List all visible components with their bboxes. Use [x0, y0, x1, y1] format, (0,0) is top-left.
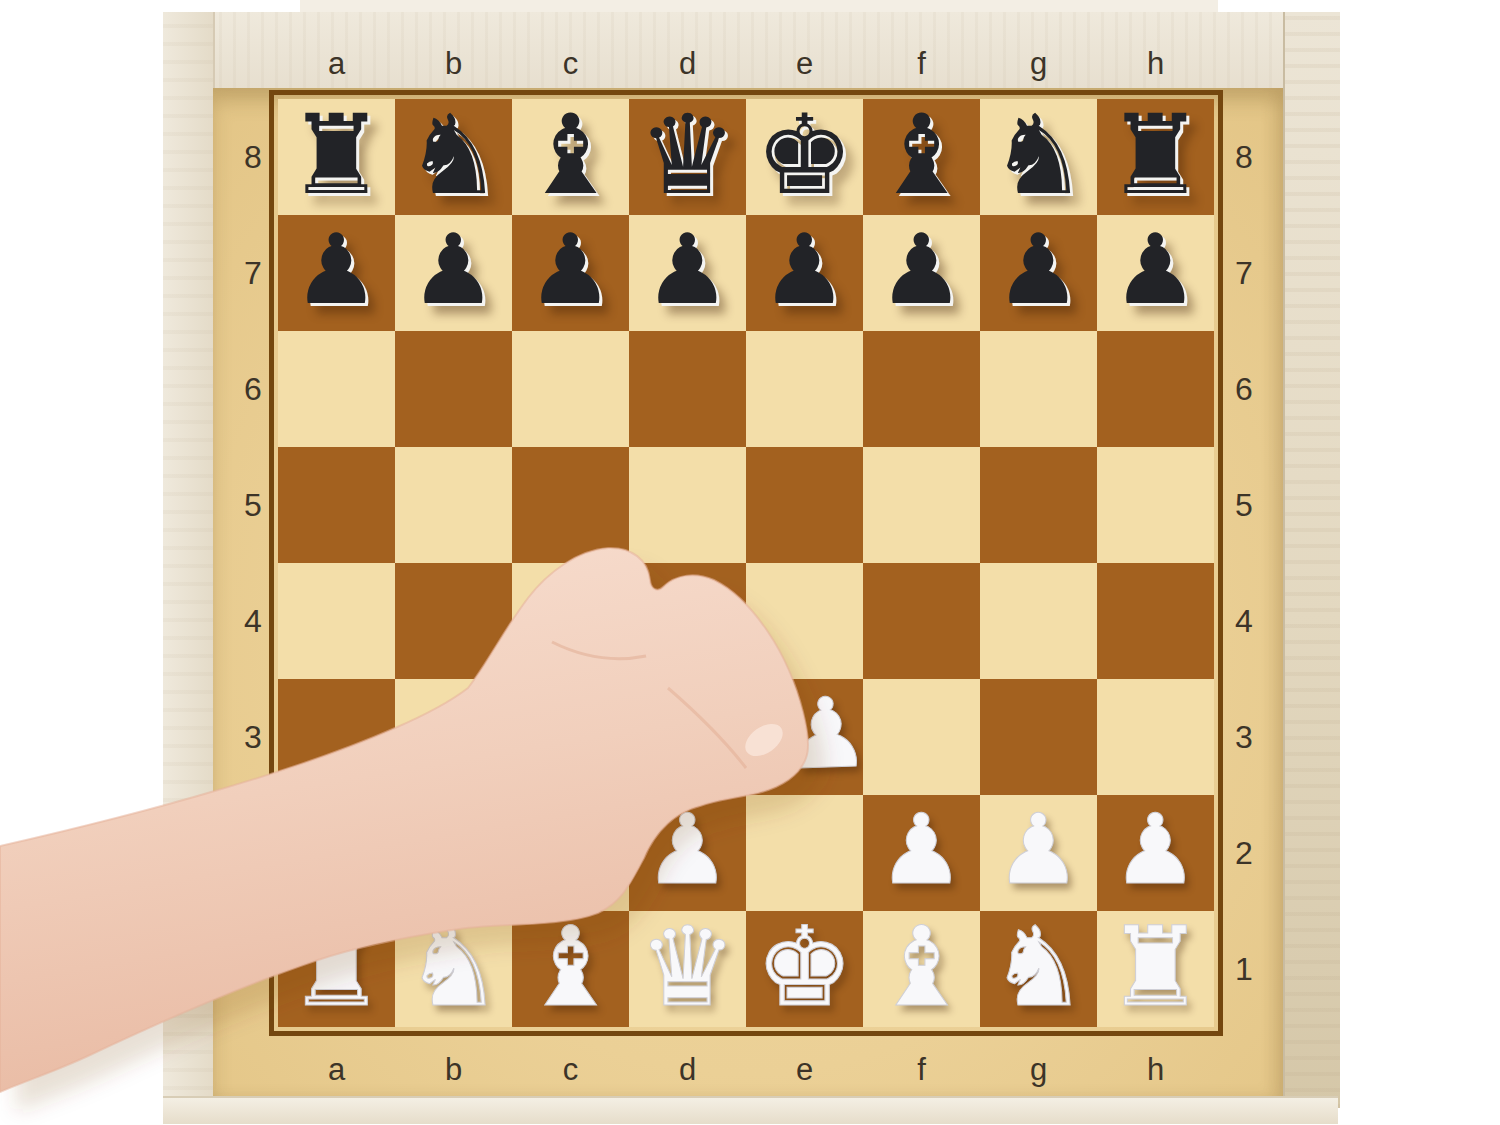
square-g1[interactable]: ♞ [980, 911, 1097, 1027]
square-b1[interactable]: ♞ [395, 911, 512, 1027]
rank-labels-left: 87654321 [233, 99, 273, 1027]
piece-black-king-e8[interactable]: ♚ [746, 97, 863, 213]
piece-white-pawn-c2[interactable]: ♟ [512, 791, 629, 907]
square-f1[interactable]: ♝ [863, 911, 980, 1027]
file-label-a: a [278, 46, 395, 82]
square-g8[interactable]: ♞ [980, 99, 1097, 215]
square-g2[interactable]: ♟ [980, 795, 1097, 911]
piece-white-bishop-f1[interactable]: ♝ [863, 909, 980, 1025]
square-c6[interactable] [512, 331, 629, 447]
piece-black-pawn-e7[interactable]: ♟ [746, 211, 863, 327]
square-b5[interactable] [395, 447, 512, 563]
file-label-d: d [629, 46, 746, 82]
piece-black-pawn-d7[interactable]: ♟ [629, 211, 746, 327]
wood-frame-left-rail [163, 12, 215, 1108]
chess-board-photo: abcdefgh abcdefgh 87654321 87654321 ♜♞♝♛… [0, 0, 1500, 1125]
square-g3[interactable] [980, 679, 1097, 795]
file-label-g: g [980, 1052, 1097, 1088]
square-d1[interactable]: ♛ [629, 911, 746, 1027]
piece-white-pawn-a2[interactable]: ♟ [278, 791, 395, 907]
piece-black-rook-a8[interactable]: ♜ [278, 97, 395, 213]
square-e5[interactable] [746, 447, 863, 563]
square-g5[interactable] [980, 447, 1097, 563]
rank-label-2: 2 [1224, 795, 1264, 911]
rank-label-4: 4 [1224, 563, 1264, 679]
square-d4[interactable] [629, 563, 746, 679]
file-labels-top: abcdefgh [278, 46, 1214, 82]
square-f7[interactable]: ♟ [863, 215, 980, 331]
square-d5[interactable] [629, 447, 746, 563]
square-g7[interactable]: ♟ [980, 215, 1097, 331]
square-e1[interactable]: ♚ [746, 911, 863, 1027]
piece-black-knight-g8[interactable]: ♞ [980, 97, 1097, 213]
chess-grid: ♜♞♝♛♚♝♞♜♟♟♟♟♟♟♟♟♟♟♟♟♟♟♟♟♜♞♝♛♚♝♞♜ [278, 99, 1214, 1027]
square-c1[interactable]: ♝ [512, 911, 629, 1027]
grid-border: ♜♞♝♛♚♝♞♜♟♟♟♟♟♟♟♟♟♟♟♟♟♟♟♟♜♞♝♛♚♝♞♜ [269, 90, 1223, 1036]
rank-label-3: 3 [1224, 679, 1264, 795]
square-a4[interactable] [278, 563, 395, 679]
square-a5[interactable] [278, 447, 395, 563]
square-c2[interactable]: ♟ [512, 795, 629, 911]
rank-label-6: 6 [1224, 331, 1264, 447]
piece-white-bishop-c1[interactable]: ♝ [512, 909, 629, 1025]
file-label-c: c [512, 1052, 629, 1088]
square-h4[interactable] [1097, 563, 1214, 679]
piece-black-bishop-c8[interactable]: ♝ [512, 97, 629, 213]
file-label-h: h [1097, 46, 1214, 82]
file-label-f: f [863, 1052, 980, 1088]
piece-black-pawn-g7[interactable]: ♟ [980, 211, 1097, 327]
piece-white-pawn-b2[interactable]: ♟ [395, 791, 512, 907]
square-a2[interactable]: ♟ [278, 795, 395, 911]
piece-black-queen-d8[interactable]: ♛ [629, 97, 746, 213]
rank-label-1: 1 [233, 911, 273, 1027]
square-c3[interactable] [512, 679, 629, 795]
piece-white-knight-b1[interactable]: ♞ [395, 909, 512, 1025]
file-label-e: e [746, 46, 863, 82]
square-h6[interactable] [1097, 331, 1214, 447]
square-a1[interactable]: ♜ [278, 911, 395, 1027]
square-c8[interactable]: ♝ [512, 99, 629, 215]
square-h7[interactable]: ♟ [1097, 215, 1214, 331]
piece-white-pawn-h2[interactable]: ♟ [1097, 791, 1214, 907]
square-f2[interactable]: ♟ [863, 795, 980, 911]
piece-white-queen-d1[interactable]: ♛ [629, 909, 746, 1025]
square-a3[interactable] [278, 679, 395, 795]
piece-black-knight-b8[interactable]: ♞ [395, 97, 512, 213]
square-d3[interactable] [629, 679, 746, 795]
piece-white-pawn-g2[interactable]: ♟ [980, 791, 1097, 907]
square-b7[interactable]: ♟ [395, 215, 512, 331]
file-label-d: d [629, 1052, 746, 1088]
square-h2[interactable]: ♟ [1097, 795, 1214, 911]
square-h1[interactable]: ♜ [1097, 911, 1214, 1027]
rank-label-5: 5 [1224, 447, 1264, 563]
piece-white-rook-a1[interactable]: ♜ [278, 909, 395, 1025]
square-b4[interactable] [395, 563, 512, 679]
rank-label-2: 2 [233, 795, 273, 911]
rank-label-1: 1 [1224, 911, 1264, 1027]
square-e7[interactable]: ♟ [746, 215, 863, 331]
rank-label-4: 4 [233, 563, 273, 679]
rank-label-5: 5 [233, 447, 273, 563]
piece-black-bishop-f8[interactable]: ♝ [863, 97, 980, 213]
piece-white-king-e1[interactable]: ♚ [746, 909, 863, 1025]
piece-white-pawn-f2[interactable]: ♟ [863, 791, 980, 907]
piece-black-pawn-a7[interactable]: ♟ [278, 211, 395, 327]
square-b8[interactable]: ♞ [395, 99, 512, 215]
rank-labels-right: 87654321 [1224, 99, 1264, 1027]
square-f3[interactable] [863, 679, 980, 795]
file-label-h: h [1097, 1052, 1214, 1088]
square-b3[interactable] [395, 679, 512, 795]
rank-label-8: 8 [1224, 99, 1264, 215]
rank-label-7: 7 [233, 215, 273, 331]
square-f4[interactable] [863, 563, 980, 679]
square-h5[interactable] [1097, 447, 1214, 563]
piece-white-rook-h1[interactable]: ♜ [1097, 909, 1214, 1025]
piece-black-pawn-b7[interactable]: ♟ [395, 211, 512, 327]
square-e3[interactable]: ♟ [746, 679, 863, 795]
wood-frame-bottom-ledge [163, 1096, 1338, 1124]
file-label-e: e [746, 1052, 863, 1088]
square-c4[interactable] [512, 563, 629, 679]
square-g6[interactable] [980, 331, 1097, 447]
rank-label-8: 8 [233, 99, 273, 215]
square-a8[interactable]: ♜ [278, 99, 395, 215]
piece-black-rook-h8[interactable]: ♜ [1097, 97, 1214, 213]
rank-label-7: 7 [1224, 215, 1264, 331]
square-d2[interactable]: ♟ [629, 795, 746, 911]
square-e6[interactable] [746, 331, 863, 447]
file-label-f: f [863, 46, 980, 82]
square-b2[interactable]: ♟ [395, 795, 512, 911]
piece-black-pawn-c7[interactable]: ♟ [512, 211, 629, 327]
file-label-b: b [395, 1052, 512, 1088]
square-e8[interactable]: ♚ [746, 99, 863, 215]
rank-label-3: 3 [233, 679, 273, 795]
rank-label-6: 6 [233, 331, 273, 447]
piece-white-knight-g1[interactable]: ♞ [980, 909, 1097, 1025]
square-c5[interactable] [512, 447, 629, 563]
square-f5[interactable] [863, 447, 980, 563]
piece-white-pawn-d2[interactable]: ♟ [629, 791, 746, 907]
square-e4[interactable] [746, 563, 863, 679]
piece-black-pawn-h7[interactable]: ♟ [1097, 211, 1214, 327]
file-label-c: c [512, 46, 629, 82]
file-label-b: b [395, 46, 512, 82]
file-labels-bottom: abcdefgh [278, 1052, 1214, 1088]
square-d7[interactable]: ♟ [629, 215, 746, 331]
file-label-a: a [278, 1052, 395, 1088]
file-label-g: g [980, 46, 1097, 82]
square-f6[interactable] [863, 331, 980, 447]
square-d6[interactable] [629, 331, 746, 447]
square-c7[interactable]: ♟ [512, 215, 629, 331]
piece-black-pawn-f7[interactable]: ♟ [863, 211, 980, 327]
square-e2[interactable] [746, 795, 863, 911]
square-g4[interactable] [980, 563, 1097, 679]
square-a7[interactable]: ♟ [278, 215, 395, 331]
square-h8[interactable]: ♜ [1097, 99, 1214, 215]
square-b6[interactable] [395, 331, 512, 447]
square-a6[interactable] [278, 331, 395, 447]
square-h3[interactable] [1097, 679, 1214, 795]
square-f8[interactable]: ♝ [863, 99, 980, 215]
square-d8[interactable]: ♛ [629, 99, 746, 215]
wood-frame-right-rail [1283, 12, 1340, 1108]
